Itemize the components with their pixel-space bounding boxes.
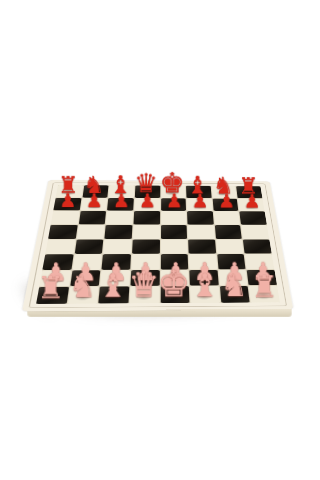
pieces-layer: ♜♞♝♛♚♝♞♜♟♟♟♟♟♟♟♟♟♟♟♟♟♟♟♟♜♞♝♛♚♝♞♜ [36,185,280,304]
red-pawn-glyph: ♟ [43,191,93,210]
pink-rook-glyph: ♜ [22,273,79,303]
piece-red-pawn-a7[interactable]: ♟ [54,198,83,211]
photo-canvas: ♜♞♝♛♚♝♞♜♟♟♟♟♟♟♟♟♟♟♟♟♟♟♟♟♜♞♝♛♚♝♞♜ [0,0,320,480]
board-front-edge [27,309,292,317]
piece-pink-rook-a1[interactable]: ♜ [35,286,69,304]
chess-set-scene: ♜♞♝♛♚♝♞♜♟♟♟♟♟♟♟♟♟♟♟♟♟♟♟♟♜♞♝♛♚♝♞♜ [39,118,281,360]
chess-board: ♜♞♝♛♚♝♞♜♟♟♟♟♟♟♟♟♟♟♟♟♟♟♟♟♜♞♝♛♚♝♞♜ [22,180,293,311]
